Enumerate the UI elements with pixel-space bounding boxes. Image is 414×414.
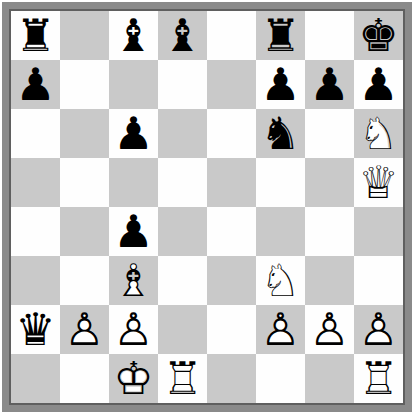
square-c7[interactable] [109, 60, 158, 109]
black-pawn: ♟ [15, 62, 55, 107]
square-e1[interactable] [207, 354, 256, 403]
black-rook: ♜ [15, 13, 55, 58]
square-g6[interactable] [305, 109, 354, 158]
square-a5[interactable] [11, 158, 60, 207]
square-h5[interactable]: ♛♕ [354, 158, 403, 207]
black-pawn: ♟ [113, 209, 153, 254]
white-pawn: ♟♙ [358, 307, 398, 352]
black-king: ♚ [358, 13, 398, 58]
white-rook: ♜♖ [358, 356, 398, 401]
white-queen: ♛♕ [358, 160, 398, 205]
square-c2[interactable]: ♟♙ [109, 305, 158, 354]
square-a2[interactable]: ♛ [11, 305, 60, 354]
chess-board: ♜♝♝♜♚♟♟♟♟♟♞♞♘♛♕♟♝♗♞♘♛♟♙♟♙♟♙♟♙♟♙♚♔♜♖♜♖ [11, 11, 403, 403]
square-c8[interactable]: ♝ [109, 11, 158, 60]
piece-outline: ♘ [260, 256, 300, 305]
white-king: ♚♔ [113, 356, 153, 401]
square-d6[interactable] [158, 109, 207, 158]
white-rook: ♜♖ [162, 356, 202, 401]
square-f3[interactable]: ♞♘ [256, 256, 305, 305]
square-e6[interactable] [207, 109, 256, 158]
piece-outline: ♙ [113, 305, 153, 354]
board-inner-border: ♜♝♝♜♚♟♟♟♟♟♞♞♘♛♕♟♝♗♞♘♛♟♙♟♙♟♙♟♙♟♙♚♔♜♖♜♖ [9, 9, 405, 405]
white-knight: ♞♘ [358, 111, 398, 156]
square-h7[interactable]: ♟ [354, 60, 403, 109]
square-c6[interactable]: ♟ [109, 109, 158, 158]
square-b3[interactable] [60, 256, 109, 305]
square-b4[interactable] [60, 207, 109, 256]
board-frame: ♜♝♝♜♚♟♟♟♟♟♞♞♘♛♕♟♝♗♞♘♛♟♙♟♙♟♙♟♙♟♙♚♔♜♖♜♖ [2, 2, 412, 412]
square-f7[interactable]: ♟ [256, 60, 305, 109]
square-e4[interactable] [207, 207, 256, 256]
piece-outline: ♙ [358, 305, 398, 354]
square-e3[interactable] [207, 256, 256, 305]
white-pawn: ♟♙ [260, 307, 300, 352]
square-e5[interactable] [207, 158, 256, 207]
white-pawn: ♟♙ [113, 307, 153, 352]
piece-outline: ♗ [113, 256, 153, 305]
square-h6[interactable]: ♞♘ [354, 109, 403, 158]
piece-outline: ♙ [260, 305, 300, 354]
black-pawn: ♟ [309, 62, 349, 107]
black-knight: ♞ [260, 111, 300, 156]
piece-outline: ♕ [358, 158, 398, 207]
square-g7[interactable]: ♟ [305, 60, 354, 109]
square-h4[interactable] [354, 207, 403, 256]
white-knight: ♞♘ [260, 258, 300, 303]
square-g8[interactable] [305, 11, 354, 60]
black-rook: ♜ [260, 13, 300, 58]
piece-outline: ♔ [113, 354, 153, 403]
square-d3[interactable] [158, 256, 207, 305]
square-d4[interactable] [158, 207, 207, 256]
piece-outline: ♙ [309, 305, 349, 354]
white-bishop: ♝♗ [113, 258, 153, 303]
square-e2[interactable] [207, 305, 256, 354]
square-a7[interactable]: ♟ [11, 60, 60, 109]
square-c5[interactable] [109, 158, 158, 207]
square-g2[interactable]: ♟♙ [305, 305, 354, 354]
white-pawn: ♟♙ [64, 307, 104, 352]
square-f8[interactable]: ♜ [256, 11, 305, 60]
square-d1[interactable]: ♜♖ [158, 354, 207, 403]
square-h1[interactable]: ♜♖ [354, 354, 403, 403]
square-g5[interactable] [305, 158, 354, 207]
black-bishop: ♝ [113, 13, 153, 58]
black-pawn: ♟ [358, 62, 398, 107]
square-b7[interactable] [60, 60, 109, 109]
square-c3[interactable]: ♝♗ [109, 256, 158, 305]
square-h8[interactable]: ♚ [354, 11, 403, 60]
square-b8[interactable] [60, 11, 109, 60]
square-c1[interactable]: ♚♔ [109, 354, 158, 403]
piece-outline: ♘ [358, 109, 398, 158]
square-d8[interactable]: ♝ [158, 11, 207, 60]
square-f5[interactable] [256, 158, 305, 207]
square-b6[interactable] [60, 109, 109, 158]
black-bishop: ♝ [162, 13, 202, 58]
square-d7[interactable] [158, 60, 207, 109]
square-f2[interactable]: ♟♙ [256, 305, 305, 354]
square-f4[interactable] [256, 207, 305, 256]
square-b1[interactable] [60, 354, 109, 403]
square-b5[interactable] [60, 158, 109, 207]
square-e7[interactable] [207, 60, 256, 109]
square-a3[interactable] [11, 256, 60, 305]
square-d5[interactable] [158, 158, 207, 207]
diagram-background: ♜♝♝♜♚♟♟♟♟♟♞♞♘♛♕♟♝♗♞♘♛♟♙♟♙♟♙♟♙♟♙♚♔♜♖♜♖ [0, 0, 414, 414]
square-c4[interactable]: ♟ [109, 207, 158, 256]
black-queen: ♛ [15, 307, 55, 352]
square-a1[interactable] [11, 354, 60, 403]
square-h2[interactable]: ♟♙ [354, 305, 403, 354]
square-a6[interactable] [11, 109, 60, 158]
piece-outline: ♖ [358, 354, 398, 403]
square-f6[interactable]: ♞ [256, 109, 305, 158]
square-a4[interactable] [11, 207, 60, 256]
black-pawn: ♟ [260, 62, 300, 107]
piece-outline: ♖ [162, 354, 202, 403]
square-b2[interactable]: ♟♙ [60, 305, 109, 354]
square-f1[interactable] [256, 354, 305, 403]
square-g3[interactable] [305, 256, 354, 305]
square-d2[interactable] [158, 305, 207, 354]
square-a8[interactable]: ♜ [11, 11, 60, 60]
square-h3[interactable] [354, 256, 403, 305]
white-pawn: ♟♙ [309, 307, 349, 352]
square-g4[interactable] [305, 207, 354, 256]
square-g1[interactable] [305, 354, 354, 403]
square-e8[interactable] [207, 11, 256, 60]
black-pawn: ♟ [113, 111, 153, 156]
piece-outline: ♙ [64, 305, 104, 354]
